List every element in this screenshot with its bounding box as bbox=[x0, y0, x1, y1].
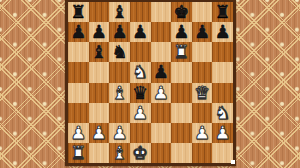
black-pawn[interactable]: ♟ bbox=[215, 23, 231, 41]
black-bishop[interactable]: ♝ bbox=[91, 43, 107, 61]
white-pawn[interactable]: ♟ bbox=[215, 123, 231, 141]
square-b2[interactable]: ♟ bbox=[89, 123, 110, 143]
square-f1[interactable] bbox=[171, 143, 192, 163]
black-knight[interactable]: ♞ bbox=[111, 43, 127, 61]
wallpaper-background: ♜♝♚♜♟♟♟♟♟♟♟♝♞♜♞♟♝♛♟♛♟♞♟♟♟♟♟♜♝♚ bbox=[0, 0, 300, 168]
square-a5[interactable] bbox=[68, 62, 89, 82]
square-b4[interactable] bbox=[89, 83, 110, 103]
white-pawn[interactable]: ♟ bbox=[153, 83, 169, 101]
square-f6[interactable]: ♜ bbox=[171, 42, 192, 62]
square-e8[interactable] bbox=[151, 2, 172, 22]
square-e4[interactable]: ♟ bbox=[151, 83, 172, 103]
white-king[interactable]: ♚ bbox=[132, 143, 148, 161]
square-g7[interactable]: ♟ bbox=[192, 22, 213, 42]
square-d7[interactable]: ♟ bbox=[130, 22, 151, 42]
square-g4[interactable]: ♛ bbox=[192, 83, 213, 103]
square-h8[interactable]: ♜ bbox=[212, 2, 233, 22]
black-pawn[interactable]: ♟ bbox=[111, 23, 127, 41]
square-a7[interactable]: ♟ bbox=[68, 22, 89, 42]
square-c7[interactable]: ♟ bbox=[109, 22, 130, 42]
white-bishop[interactable]: ♝ bbox=[111, 143, 127, 161]
square-a1[interactable]: ♜ bbox=[68, 143, 89, 163]
square-f5[interactable] bbox=[171, 62, 192, 82]
square-c3[interactable] bbox=[109, 103, 130, 123]
square-a3[interactable] bbox=[68, 103, 89, 123]
square-f2[interactable] bbox=[171, 123, 192, 143]
square-a6[interactable] bbox=[68, 42, 89, 62]
square-g5[interactable] bbox=[192, 62, 213, 82]
white-rook[interactable]: ♜ bbox=[173, 43, 189, 61]
square-h3[interactable]: ♞ bbox=[212, 103, 233, 123]
square-e1[interactable] bbox=[151, 143, 172, 163]
square-b8[interactable] bbox=[89, 2, 110, 22]
square-h1[interactable] bbox=[212, 143, 233, 163]
square-b1[interactable] bbox=[89, 143, 110, 163]
square-f8[interactable]: ♚ bbox=[171, 2, 192, 22]
square-c5[interactable] bbox=[109, 62, 130, 82]
white-rook[interactable]: ♜ bbox=[70, 143, 86, 161]
square-b6[interactable]: ♝ bbox=[89, 42, 110, 62]
black-pawn[interactable]: ♟ bbox=[91, 23, 107, 41]
square-d1[interactable]: ♚ bbox=[130, 143, 151, 163]
square-e3[interactable] bbox=[151, 103, 172, 123]
square-g1[interactable] bbox=[192, 143, 213, 163]
chess-board[interactable]: ♜♝♚♜♟♟♟♟♟♟♟♝♞♜♞♟♝♛♟♛♟♞♟♟♟♟♟♜♝♚ bbox=[68, 2, 233, 163]
square-h7[interactable]: ♟ bbox=[212, 22, 233, 42]
white-pawn[interactable]: ♟ bbox=[132, 103, 148, 121]
square-b3[interactable] bbox=[89, 103, 110, 123]
board-corner-marker bbox=[231, 160, 235, 164]
square-d5[interactable]: ♞ bbox=[130, 62, 151, 82]
square-d4[interactable]: ♛ bbox=[130, 83, 151, 103]
square-f7[interactable]: ♟ bbox=[171, 22, 192, 42]
black-bishop[interactable]: ♝ bbox=[111, 3, 127, 21]
square-e2[interactable] bbox=[151, 123, 172, 143]
square-a2[interactable]: ♟ bbox=[68, 123, 89, 143]
white-pawn[interactable]: ♟ bbox=[111, 123, 127, 141]
square-g3[interactable] bbox=[192, 103, 213, 123]
square-d6[interactable] bbox=[130, 42, 151, 62]
square-g8[interactable] bbox=[192, 2, 213, 22]
square-e7[interactable] bbox=[151, 22, 172, 42]
chess-board-frame: ♜♝♚♜♟♟♟♟♟♟♟♝♞♜♞♟♝♛♟♛♟♞♟♟♟♟♟♜♝♚ bbox=[65, 0, 236, 166]
black-rook[interactable]: ♜ bbox=[70, 3, 86, 21]
white-pawn[interactable]: ♟ bbox=[194, 123, 210, 141]
square-e5[interactable]: ♟ bbox=[151, 62, 172, 82]
square-a8[interactable]: ♜ bbox=[68, 2, 89, 22]
square-c8[interactable]: ♝ bbox=[109, 2, 130, 22]
square-h6[interactable] bbox=[212, 42, 233, 62]
white-pawn[interactable]: ♟ bbox=[70, 123, 86, 141]
black-pawn[interactable]: ♟ bbox=[70, 23, 86, 41]
square-c2[interactable]: ♟ bbox=[109, 123, 130, 143]
white-queen[interactable]: ♛ bbox=[194, 83, 210, 101]
white-pawn[interactable]: ♟ bbox=[91, 123, 107, 141]
square-h2[interactable]: ♟ bbox=[212, 123, 233, 143]
black-king[interactable]: ♚ bbox=[173, 3, 189, 21]
square-f3[interactable] bbox=[171, 103, 192, 123]
square-h5[interactable] bbox=[212, 62, 233, 82]
square-c1[interactable]: ♝ bbox=[109, 143, 130, 163]
white-knight[interactable]: ♞ bbox=[132, 63, 148, 81]
square-e6[interactable] bbox=[151, 42, 172, 62]
black-queen[interactable]: ♛ bbox=[132, 83, 148, 101]
white-knight[interactable]: ♞ bbox=[215, 103, 231, 121]
square-d3[interactable]: ♟ bbox=[130, 103, 151, 123]
black-pawn[interactable]: ♟ bbox=[194, 23, 210, 41]
square-f4[interactable] bbox=[171, 83, 192, 103]
black-pawn[interactable]: ♟ bbox=[153, 63, 169, 81]
square-c4[interactable]: ♝ bbox=[109, 83, 130, 103]
black-pawn[interactable]: ♟ bbox=[132, 23, 148, 41]
square-h4[interactable] bbox=[212, 83, 233, 103]
square-g2[interactable]: ♟ bbox=[192, 123, 213, 143]
square-d8[interactable] bbox=[130, 2, 151, 22]
black-pawn[interactable]: ♟ bbox=[173, 23, 189, 41]
white-bishop[interactable]: ♝ bbox=[111, 83, 127, 101]
square-g6[interactable] bbox=[192, 42, 213, 62]
square-d2[interactable] bbox=[130, 123, 151, 143]
square-b5[interactable] bbox=[89, 62, 110, 82]
square-c6[interactable]: ♞ bbox=[109, 42, 130, 62]
square-b7[interactable]: ♟ bbox=[89, 22, 110, 42]
black-rook[interactable]: ♜ bbox=[215, 3, 231, 21]
square-a4[interactable] bbox=[68, 83, 89, 103]
